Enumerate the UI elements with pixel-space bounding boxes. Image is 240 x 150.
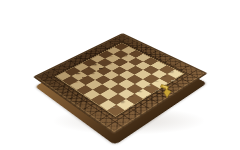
carved-frame: ♜♞♝♛♚♝♞♜♟♟♟♟♟♟♟♟♟♟♟♟♟♟♟♟♜♞♝♛♚♝♞♜ (33, 33, 208, 135)
black-pawn-icon: ♟ (87, 59, 96, 76)
brass-clasp-icon (159, 83, 173, 99)
board-perspective-wrapper: ♜♞♝♛♚♝♞♜♟♟♟♟♟♟♟♟♟♟♟♟♟♟♟♟♜♞♝♛♚♝♞♜ (53, 9, 185, 141)
chess-set-photo: ♜♞♝♛♚♝♞♜♟♟♟♟♟♟♟♟♟♟♟♟♟♟♟♟♜♞♝♛♚♝♞♜ (0, 0, 240, 150)
brass-clasp-shape (159, 83, 173, 99)
chess-board: ♜♞♝♛♚♝♞♜♟♟♟♟♟♟♟♟♟♟♟♟♟♟♟♟♜♞♝♛♚♝♞♜ (33, 33, 208, 135)
white-rook-icon: ♜ (113, 92, 126, 116)
